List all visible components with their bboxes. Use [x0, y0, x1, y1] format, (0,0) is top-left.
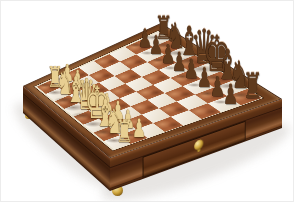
chess-set-photo: ♜♞♝♛♚♝♞♜♟♟♟♟♟♟♟♟♟♟♟♟♟♟♟♟♜♞♝♛♚♝♞♜ — [0, 0, 294, 202]
